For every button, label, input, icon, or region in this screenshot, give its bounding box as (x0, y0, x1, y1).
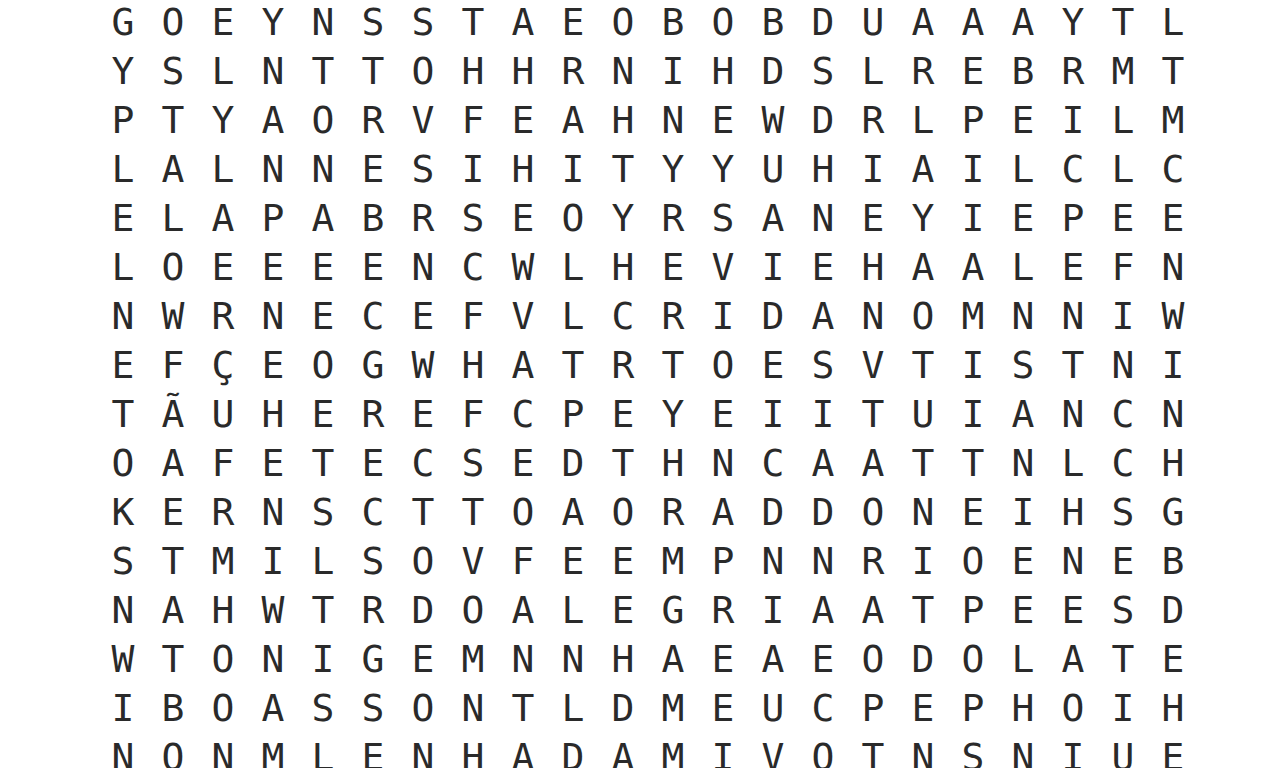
cell-r16-c2[interactable]: O (148, 732, 198, 768)
cell-r13-c13[interactable]: R (698, 585, 748, 634)
cell-r1-c5[interactable]: N (298, 0, 348, 46)
cell-r11-c7[interactable]: T (398, 487, 448, 536)
cell-r3-c19[interactable]: E (998, 95, 1048, 144)
cell-r3-c2[interactable]: T (148, 95, 198, 144)
cell-r12-c5[interactable]: L (298, 536, 348, 585)
cell-r16-c9[interactable]: A (498, 732, 548, 768)
cell-r7-c12[interactable]: R (648, 291, 698, 340)
cell-r13-c11[interactable]: E (598, 585, 648, 634)
cell-r1-c3[interactable]: E (198, 0, 248, 46)
cell-r11-c22[interactable]: G (1148, 487, 1198, 536)
cell-r12-c2[interactable]: T (148, 536, 198, 585)
cell-r11-c18[interactable]: E (948, 487, 998, 536)
cell-r1-c21[interactable]: T (1098, 0, 1148, 46)
cell-r14-c20[interactable]: A (1048, 634, 1098, 683)
cell-r8-c19[interactable]: S (998, 340, 1048, 389)
cell-r11-c14[interactable]: D (748, 487, 798, 536)
cell-r14-c19[interactable]: L (998, 634, 1048, 683)
cell-r13-c14[interactable]: I (748, 585, 798, 634)
cell-r14-c16[interactable]: O (848, 634, 898, 683)
cell-r8-c13[interactable]: O (698, 340, 748, 389)
cell-r12-c20[interactable]: N (1048, 536, 1098, 585)
cell-r5-c18[interactable]: I (948, 193, 998, 242)
cell-r6-c20[interactable]: E (1048, 242, 1098, 291)
cell-r12-c18[interactable]: O (948, 536, 998, 585)
cell-r8-c7[interactable]: W (398, 340, 448, 389)
cell-r11-c13[interactable]: A (698, 487, 748, 536)
cell-r10-c22[interactable]: H (1148, 438, 1198, 487)
cell-r7-c17[interactable]: O (898, 291, 948, 340)
cell-r9-c3[interactable]: U (198, 389, 248, 438)
cell-r2-c6[interactable]: T (348, 46, 398, 95)
cell-r16-c3[interactable]: N (198, 732, 248, 768)
cell-r12-c4[interactable]: I (248, 536, 298, 585)
cell-r7-c13[interactable]: I (698, 291, 748, 340)
cell-r6-c5[interactable]: E (298, 242, 348, 291)
cell-r14-c13[interactable]: E (698, 634, 748, 683)
cell-r15-c7[interactable]: O (398, 683, 448, 732)
cell-r5-c19[interactable]: E (998, 193, 1048, 242)
cell-r11-c5[interactable]: S (298, 487, 348, 536)
cell-r6-c11[interactable]: H (598, 242, 648, 291)
cell-r11-c17[interactable]: N (898, 487, 948, 536)
cell-r9-c10[interactable]: P (548, 389, 598, 438)
cell-r2-c14[interactable]: D (748, 46, 798, 95)
cell-r16-c7[interactable]: N (398, 732, 448, 768)
cell-r4-c6[interactable]: E (348, 144, 398, 193)
cell-r4-c11[interactable]: T (598, 144, 648, 193)
cell-r6-c21[interactable]: F (1098, 242, 1148, 291)
cell-r8-c11[interactable]: R (598, 340, 648, 389)
cell-r4-c5[interactable]: N (298, 144, 348, 193)
cell-r8-c5[interactable]: O (298, 340, 348, 389)
cell-r11-c20[interactable]: H (1048, 487, 1098, 536)
cell-r9-c21[interactable]: C (1098, 389, 1148, 438)
cell-r10-c16[interactable]: A (848, 438, 898, 487)
cell-r16-c22[interactable]: E (1148, 732, 1198, 768)
cell-r15-c1[interactable]: I (98, 683, 148, 732)
cell-r13-c7[interactable]: D (398, 585, 448, 634)
cell-r5-c9[interactable]: E (498, 193, 548, 242)
cell-r14-c11[interactable]: H (598, 634, 648, 683)
cell-r1-c16[interactable]: U (848, 0, 898, 46)
cell-r6-c3[interactable]: E (198, 242, 248, 291)
cell-r15-c15[interactable]: C (798, 683, 848, 732)
cell-r10-c13[interactable]: N (698, 438, 748, 487)
cell-r1-c6[interactable]: S (348, 0, 398, 46)
cell-r6-c8[interactable]: C (448, 242, 498, 291)
cell-r3-c14[interactable]: W (748, 95, 798, 144)
cell-r9-c19[interactable]: A (998, 389, 1048, 438)
cell-r9-c14[interactable]: I (748, 389, 798, 438)
cell-r1-c19[interactable]: A (998, 0, 1048, 46)
cell-r3-c21[interactable]: L (1098, 95, 1148, 144)
cell-r5-c2[interactable]: L (148, 193, 198, 242)
cell-r2-c22[interactable]: T (1148, 46, 1198, 95)
cell-r14-c9[interactable]: N (498, 634, 548, 683)
cell-r5-c21[interactable]: E (1098, 193, 1148, 242)
cell-r10-c12[interactable]: H (648, 438, 698, 487)
cell-r14-c21[interactable]: T (1098, 634, 1148, 683)
cell-r12-c6[interactable]: S (348, 536, 398, 585)
cell-r14-c6[interactable]: G (348, 634, 398, 683)
cell-r13-c12[interactable]: G (648, 585, 698, 634)
cell-r1-c2[interactable]: O (148, 0, 198, 46)
cell-r6-c10[interactable]: L (548, 242, 598, 291)
cell-r10-c11[interactable]: T (598, 438, 648, 487)
cell-r11-c1[interactable]: K (98, 487, 148, 536)
cell-r6-c17[interactable]: A (898, 242, 948, 291)
cell-r15-c17[interactable]: E (898, 683, 948, 732)
cell-r4-c10[interactable]: I (548, 144, 598, 193)
cell-r14-c2[interactable]: T (148, 634, 198, 683)
cell-r7-c14[interactable]: D (748, 291, 798, 340)
cell-r7-c7[interactable]: E (398, 291, 448, 340)
cell-r3-c4[interactable]: A (248, 95, 298, 144)
cell-r5-c15[interactable]: N (798, 193, 848, 242)
cell-r15-c9[interactable]: T (498, 683, 548, 732)
cell-r11-c10[interactable]: A (548, 487, 598, 536)
cell-r1-c12[interactable]: B (648, 0, 698, 46)
cell-r8-c18[interactable]: I (948, 340, 998, 389)
cell-r15-c3[interactable]: O (198, 683, 248, 732)
cell-r10-c19[interactable]: N (998, 438, 1048, 487)
cell-r3-c18[interactable]: P (948, 95, 998, 144)
cell-r13-c22[interactable]: D (1148, 585, 1198, 634)
cell-r7-c19[interactable]: N (998, 291, 1048, 340)
cell-r1-c8[interactable]: T (448, 0, 498, 46)
cell-r12-c7[interactable]: O (398, 536, 448, 585)
cell-r6-c15[interactable]: E (798, 242, 848, 291)
cell-r7-c4[interactable]: N (248, 291, 298, 340)
cell-r7-c10[interactable]: L (548, 291, 598, 340)
cell-r12-c11[interactable]: E (598, 536, 648, 585)
cell-r7-c11[interactable]: C (598, 291, 648, 340)
cell-r8-c12[interactable]: T (648, 340, 698, 389)
cell-r16-c11[interactable]: A (598, 732, 648, 768)
cell-r13-c19[interactable]: E (998, 585, 1048, 634)
cell-r14-c17[interactable]: D (898, 634, 948, 683)
cell-r7-c5[interactable]: E (298, 291, 348, 340)
cell-r4-c20[interactable]: C (1048, 144, 1098, 193)
cell-r16-c10[interactable]: D (548, 732, 598, 768)
cell-r5-c17[interactable]: Y (898, 193, 948, 242)
cell-r6-c14[interactable]: I (748, 242, 798, 291)
cell-r1-c7[interactable]: S (398, 0, 448, 46)
cell-r3-c15[interactable]: D (798, 95, 848, 144)
cell-r13-c3[interactable]: H (198, 585, 248, 634)
cell-r9-c13[interactable]: E (698, 389, 748, 438)
cell-r2-c20[interactable]: R (1048, 46, 1098, 95)
cell-r10-c5[interactable]: T (298, 438, 348, 487)
cell-r1-c1[interactable]: G (98, 0, 148, 46)
cell-r9-c8[interactable]: F (448, 389, 498, 438)
cell-r16-c20[interactable]: I (1048, 732, 1098, 768)
cell-r13-c4[interactable]: W (248, 585, 298, 634)
cell-r10-c2[interactable]: A (148, 438, 198, 487)
cell-r6-c6[interactable]: E (348, 242, 398, 291)
cell-r1-c15[interactable]: D (798, 0, 848, 46)
cell-r12-c15[interactable]: N (798, 536, 848, 585)
cell-r10-c20[interactable]: L (1048, 438, 1098, 487)
cell-r7-c3[interactable]: R (198, 291, 248, 340)
cell-r2-c13[interactable]: H (698, 46, 748, 95)
cell-r5-c13[interactable]: S (698, 193, 748, 242)
cell-r10-c17[interactable]: T (898, 438, 948, 487)
cell-r9-c12[interactable]: Y (648, 389, 698, 438)
cell-r7-c9[interactable]: V (498, 291, 548, 340)
cell-r16-c14[interactable]: V (748, 732, 798, 768)
cell-r12-c14[interactable]: N (748, 536, 798, 585)
cell-r15-c20[interactable]: O (1048, 683, 1098, 732)
cell-r9-c11[interactable]: E (598, 389, 648, 438)
cell-r9-c22[interactable]: N (1148, 389, 1198, 438)
cell-r5-c16[interactable]: E (848, 193, 898, 242)
cell-r14-c3[interactable]: O (198, 634, 248, 683)
cell-r8-c22[interactable]: I (1148, 340, 1198, 389)
cell-r13-c15[interactable]: A (798, 585, 848, 634)
cell-r14-c10[interactable]: N (548, 634, 598, 683)
cell-r12-c10[interactable]: E (548, 536, 598, 585)
cell-r2-c15[interactable]: S (798, 46, 848, 95)
cell-r8-c6[interactable]: G (348, 340, 398, 389)
cell-r5-c8[interactable]: S (448, 193, 498, 242)
cell-r5-c20[interactable]: P (1048, 193, 1098, 242)
cell-r2-c8[interactable]: H (448, 46, 498, 95)
cell-r3-c8[interactable]: F (448, 95, 498, 144)
cell-r12-c17[interactable]: I (898, 536, 948, 585)
cell-r4-c21[interactable]: L (1098, 144, 1148, 193)
cell-r13-c10[interactable]: L (548, 585, 598, 634)
cell-r16-c13[interactable]: I (698, 732, 748, 768)
cell-r8-c2[interactable]: F (148, 340, 198, 389)
cell-r4-c17[interactable]: A (898, 144, 948, 193)
cell-r6-c12[interactable]: E (648, 242, 698, 291)
cell-r7-c21[interactable]: I (1098, 291, 1148, 340)
cell-r6-c9[interactable]: W (498, 242, 548, 291)
cell-r10-c15[interactable]: A (798, 438, 848, 487)
cell-r11-c2[interactable]: E (148, 487, 198, 536)
cell-r3-c12[interactable]: N (648, 95, 698, 144)
cell-r15-c5[interactable]: S (298, 683, 348, 732)
cell-r15-c8[interactable]: N (448, 683, 498, 732)
cell-r8-c15[interactable]: S (798, 340, 848, 389)
cell-r9-c5[interactable]: E (298, 389, 348, 438)
cell-r7-c22[interactable]: W (1148, 291, 1198, 340)
cell-r10-c10[interactable]: D (548, 438, 598, 487)
cell-r8-c8[interactable]: H (448, 340, 498, 389)
cell-r4-c12[interactable]: Y (648, 144, 698, 193)
cell-r15-c16[interactable]: P (848, 683, 898, 732)
cell-r7-c2[interactable]: W (148, 291, 198, 340)
cell-r16-c15[interactable]: O (798, 732, 848, 768)
cell-r16-c12[interactable]: M (648, 732, 698, 768)
cell-r10-c4[interactable]: E (248, 438, 298, 487)
cell-r3-c3[interactable]: Y (198, 95, 248, 144)
cell-r2-c17[interactable]: R (898, 46, 948, 95)
cell-r2-c9[interactable]: H (498, 46, 548, 95)
cell-r15-c10[interactable]: L (548, 683, 598, 732)
cell-r3-c1[interactable]: P (98, 95, 148, 144)
cell-r3-c20[interactable]: I (1048, 95, 1098, 144)
cell-r7-c8[interactable]: F (448, 291, 498, 340)
cell-r4-c19[interactable]: L (998, 144, 1048, 193)
cell-r1-c9[interactable]: A (498, 0, 548, 46)
cell-r1-c22[interactable]: L (1148, 0, 1198, 46)
cell-r15-c6[interactable]: S (348, 683, 398, 732)
cell-r8-c14[interactable]: E (748, 340, 798, 389)
cell-r9-c9[interactable]: C (498, 389, 548, 438)
cell-r5-c10[interactable]: O (548, 193, 598, 242)
cell-r8-c9[interactable]: A (498, 340, 548, 389)
cell-r9-c20[interactable]: N (1048, 389, 1098, 438)
cell-r13-c20[interactable]: E (1048, 585, 1098, 634)
cell-r6-c2[interactable]: O (148, 242, 198, 291)
cell-r8-c16[interactable]: V (848, 340, 898, 389)
cell-r2-c18[interactable]: E (948, 46, 998, 95)
cell-r13-c9[interactable]: A (498, 585, 548, 634)
cell-r3-c13[interactable]: E (698, 95, 748, 144)
cell-r16-c16[interactable]: T (848, 732, 898, 768)
cell-r2-c11[interactable]: N (598, 46, 648, 95)
cell-r13-c18[interactable]: P (948, 585, 998, 634)
cell-r8-c20[interactable]: T (1048, 340, 1098, 389)
cell-r15-c22[interactable]: H (1148, 683, 1198, 732)
cell-r1-c18[interactable]: A (948, 0, 998, 46)
cell-r5-c14[interactable]: A (748, 193, 798, 242)
cell-r11-c12[interactable]: R (648, 487, 698, 536)
cell-r11-c21[interactable]: S (1098, 487, 1148, 536)
cell-r3-c6[interactable]: R (348, 95, 398, 144)
cell-r11-c11[interactable]: O (598, 487, 648, 536)
cell-r10-c8[interactable]: S (448, 438, 498, 487)
cell-r15-c4[interactable]: A (248, 683, 298, 732)
cell-r4-c1[interactable]: L (98, 144, 148, 193)
cell-r6-c4[interactable]: E (248, 242, 298, 291)
cell-r3-c22[interactable]: M (1148, 95, 1198, 144)
cell-r2-c1[interactable]: Y (98, 46, 148, 95)
cell-r13-c16[interactable]: A (848, 585, 898, 634)
cell-r6-c18[interactable]: A (948, 242, 998, 291)
cell-r1-c14[interactable]: B (748, 0, 798, 46)
cell-r15-c19[interactable]: H (998, 683, 1048, 732)
cell-r13-c2[interactable]: A (148, 585, 198, 634)
cell-r15-c13[interactable]: E (698, 683, 748, 732)
cell-r9-c15[interactable]: I (798, 389, 848, 438)
cell-r16-c4[interactable]: M (248, 732, 298, 768)
cell-r2-c2[interactable]: S (148, 46, 198, 95)
cell-r6-c1[interactable]: L (98, 242, 148, 291)
cell-r3-c16[interactable]: R (848, 95, 898, 144)
cell-r10-c9[interactable]: E (498, 438, 548, 487)
cell-r7-c6[interactable]: C (348, 291, 398, 340)
cell-r13-c21[interactable]: S (1098, 585, 1148, 634)
cell-r14-c18[interactable]: O (948, 634, 998, 683)
cell-r3-c17[interactable]: L (898, 95, 948, 144)
cell-r11-c9[interactable]: O (498, 487, 548, 536)
cell-r14-c5[interactable]: I (298, 634, 348, 683)
cell-r10-c14[interactable]: C (748, 438, 798, 487)
cell-r12-c3[interactable]: M (198, 536, 248, 585)
cell-r12-c19[interactable]: E (998, 536, 1048, 585)
cell-r13-c1[interactable]: N (98, 585, 148, 634)
cell-r5-c7[interactable]: R (398, 193, 448, 242)
cell-r2-c16[interactable]: L (848, 46, 898, 95)
cell-r4-c2[interactable]: A (148, 144, 198, 193)
cell-r9-c1[interactable]: T (98, 389, 148, 438)
cell-r4-c18[interactable]: I (948, 144, 998, 193)
cell-r11-c6[interactable]: C (348, 487, 398, 536)
cell-r3-c9[interactable]: E (498, 95, 548, 144)
cell-r9-c18[interactable]: I (948, 389, 998, 438)
cell-r8-c3[interactable]: Ç (198, 340, 248, 389)
cell-r1-c17[interactable]: A (898, 0, 948, 46)
cell-r10-c1[interactable]: O (98, 438, 148, 487)
cell-r10-c7[interactable]: C (398, 438, 448, 487)
cell-r16-c19[interactable]: N (998, 732, 1048, 768)
cell-r4-c4[interactable]: N (248, 144, 298, 193)
cell-r9-c16[interactable]: T (848, 389, 898, 438)
cell-r5-c12[interactable]: R (648, 193, 698, 242)
cell-r3-c7[interactable]: V (398, 95, 448, 144)
cell-r12-c9[interactable]: F (498, 536, 548, 585)
cell-r14-c8[interactable]: M (448, 634, 498, 683)
cell-r14-c22[interactable]: E (1148, 634, 1198, 683)
cell-r4-c13[interactable]: Y (698, 144, 748, 193)
cell-r5-c4[interactable]: P (248, 193, 298, 242)
cell-r1-c4[interactable]: Y (248, 0, 298, 46)
cell-r12-c22[interactable]: B (1148, 536, 1198, 585)
cell-r8-c17[interactable]: T (898, 340, 948, 389)
cell-r6-c7[interactable]: N (398, 242, 448, 291)
cell-r16-c17[interactable]: N (898, 732, 948, 768)
cell-r2-c12[interactable]: I (648, 46, 698, 95)
cell-r10-c21[interactable]: C (1098, 438, 1148, 487)
cell-r15-c21[interactable]: I (1098, 683, 1148, 732)
cell-r1-c13[interactable]: O (698, 0, 748, 46)
cell-r1-c11[interactable]: O (598, 0, 648, 46)
cell-r16-c8[interactable]: H (448, 732, 498, 768)
cell-r7-c18[interactable]: M (948, 291, 998, 340)
cell-r16-c6[interactable]: E (348, 732, 398, 768)
cell-r13-c8[interactable]: O (448, 585, 498, 634)
cell-r14-c4[interactable]: N (248, 634, 298, 683)
cell-r15-c14[interactable]: U (748, 683, 798, 732)
cell-r14-c14[interactable]: A (748, 634, 798, 683)
cell-r10-c18[interactable]: T (948, 438, 998, 487)
cell-r1-c10[interactable]: E (548, 0, 598, 46)
cell-r4-c15[interactable]: H (798, 144, 848, 193)
cell-r11-c16[interactable]: O (848, 487, 898, 536)
cell-r2-c3[interactable]: L (198, 46, 248, 95)
cell-r7-c1[interactable]: N (98, 291, 148, 340)
cell-r6-c19[interactable]: L (998, 242, 1048, 291)
cell-r13-c5[interactable]: T (298, 585, 348, 634)
cell-r15-c12[interactable]: M (648, 683, 698, 732)
cell-r15-c2[interactable]: B (148, 683, 198, 732)
cell-r8-c4[interactable]: E (248, 340, 298, 389)
cell-r9-c4[interactable]: H (248, 389, 298, 438)
cell-r9-c2[interactable]: Ã (148, 389, 198, 438)
cell-r7-c20[interactable]: N (1048, 291, 1098, 340)
cell-r4-c9[interactable]: H (498, 144, 548, 193)
cell-r2-c21[interactable]: M (1098, 46, 1148, 95)
cell-r2-c10[interactable]: R (548, 46, 598, 95)
cell-r12-c13[interactable]: P (698, 536, 748, 585)
cell-r16-c18[interactable]: S (948, 732, 998, 768)
cell-r10-c6[interactable]: E (348, 438, 398, 487)
cell-r12-c1[interactable]: S (98, 536, 148, 585)
